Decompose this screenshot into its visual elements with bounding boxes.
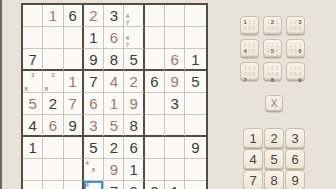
cell-r9c7[interactable]: 2 bbox=[145, 181, 165, 189]
cell-r3c8[interactable]: 6 bbox=[165, 49, 185, 71]
cell-r1c7[interactable] bbox=[145, 5, 165, 27]
cell-r5c4[interactable]: 6 bbox=[84, 93, 104, 115]
cell-r1c8[interactable] bbox=[165, 5, 185, 27]
number-key-5[interactable]: 5 bbox=[264, 149, 284, 169]
pencil-mark-7: 7 bbox=[124, 41, 130, 48]
cell-r1c4[interactable]: 2 bbox=[84, 5, 104, 27]
cell-r2c3[interactable] bbox=[64, 27, 84, 49]
cell-r8c4[interactable]: 48 bbox=[84, 159, 104, 181]
pencil-key-1[interactable]: 123456789 bbox=[240, 16, 259, 34]
cell-r1c6[interactable]: 47 bbox=[124, 5, 144, 27]
number-key-1[interactable]: 1 bbox=[243, 128, 263, 148]
cell-r7c3[interactable] bbox=[64, 137, 84, 159]
cell-r6c3[interactable]: 9 bbox=[64, 115, 84, 137]
cell-r7c8[interactable] bbox=[165, 137, 185, 159]
pencil-pad: 1234567891234567891234567891234567891234… bbox=[240, 16, 305, 80]
cell-r4c9[interactable]: 5 bbox=[185, 71, 205, 93]
pencil-mark-7: 7 bbox=[124, 19, 130, 26]
pencil-key-ghost-digit: 9 bbox=[275, 54, 279, 60]
cell-r9c2[interactable] bbox=[43, 181, 63, 189]
cell-r3c3[interactable] bbox=[64, 49, 84, 71]
cell-r7c7[interactable] bbox=[145, 137, 165, 159]
cell-r7c1[interactable]: 1 bbox=[23, 137, 43, 159]
cell-r8c3[interactable] bbox=[64, 159, 84, 181]
cell-r7c9[interactable]: 9 bbox=[185, 137, 205, 159]
cell-r8c6[interactable]: 1 bbox=[124, 159, 144, 181]
cell-r2c5[interactable]: 6 bbox=[104, 27, 124, 49]
cell-r2c4[interactable]: 1 bbox=[84, 27, 104, 49]
cell-r1c5[interactable]: 3 bbox=[104, 5, 124, 27]
pencil-mark-8: 8 bbox=[90, 166, 96, 173]
pencil-key-5[interactable]: 123456789 bbox=[263, 39, 282, 57]
cell-r5c5[interactable]: 1 bbox=[104, 93, 124, 115]
cell-r9c1[interactable] bbox=[23, 181, 43, 189]
cell-r4c4[interactable]: 7 bbox=[84, 71, 104, 93]
pencil-key-7[interactable]: 123456789 bbox=[240, 62, 259, 80]
cell-r4c1[interactable]: 38 bbox=[23, 71, 43, 93]
cell-r3c9[interactable]: 1 bbox=[185, 49, 205, 71]
pencil-mark-4: 4 bbox=[84, 159, 90, 166]
pencil-mark-4: 4 bbox=[124, 12, 130, 19]
pencil-key-digit: 9 bbox=[298, 77, 302, 83]
cell-r3c4[interactable]: 9 bbox=[84, 49, 104, 71]
cell-r5c2[interactable]: 2 bbox=[43, 93, 63, 115]
cell-r9c8[interactable]: 1 bbox=[165, 181, 185, 189]
number-key-7[interactable]: 7 bbox=[243, 170, 263, 189]
cell-r3c5[interactable]: 8 bbox=[104, 49, 124, 71]
cell-r1c1[interactable] bbox=[23, 5, 43, 27]
number-key-2[interactable]: 2 bbox=[264, 128, 284, 148]
number-key-8[interactable]: 8 bbox=[264, 170, 284, 189]
cell-r6c8[interactable] bbox=[165, 115, 185, 137]
number-key-6[interactable]: 6 bbox=[285, 149, 305, 169]
cell-r3c1[interactable]: 7 bbox=[23, 49, 43, 71]
cell-r3c7[interactable] bbox=[145, 49, 165, 71]
pencil-mark-4: 4 bbox=[84, 181, 90, 188]
cell-r5c1[interactable]: 5 bbox=[23, 93, 43, 115]
cell-r3c6[interactable]: 5 bbox=[124, 49, 144, 71]
cell-r9c3[interactable] bbox=[64, 181, 84, 189]
cell-r7c6[interactable]: 6 bbox=[124, 137, 144, 159]
pencil-key-ghost-digit: 9 bbox=[252, 54, 256, 60]
cell-r2c2[interactable] bbox=[43, 27, 63, 49]
cell-r1c2[interactable]: 1 bbox=[43, 5, 63, 27]
cell-r4c6[interactable]: 2 bbox=[124, 71, 144, 93]
pencil-key-ghost-digit: 9 bbox=[275, 31, 279, 37]
cell-r1c9[interactable] bbox=[185, 5, 205, 27]
cell-r2c7[interactable] bbox=[145, 27, 165, 49]
cell-r8c7[interactable] bbox=[145, 159, 165, 181]
cell-r4c5[interactable]: 4 bbox=[104, 71, 124, 93]
pencil-mark-8: 8 bbox=[23, 85, 29, 92]
cell-r6c4[interactable]: 3 bbox=[84, 115, 104, 137]
cell-r2c9[interactable] bbox=[185, 27, 205, 49]
number-key-4[interactable]: 4 bbox=[243, 149, 263, 169]
cell-r5c9[interactable] bbox=[185, 93, 205, 115]
pencil-key-2[interactable]: 123456789 bbox=[263, 16, 282, 34]
cell-r4c7[interactable]: 6 bbox=[145, 71, 165, 93]
pencil-key-ghost-digit: 9 bbox=[298, 54, 302, 60]
pencil-mark-8: 8 bbox=[43, 85, 49, 92]
cell-r4c2[interactable]: 38 bbox=[43, 71, 63, 93]
pencil-key-ghost-digit: 9 bbox=[298, 31, 302, 37]
pencil-key-6[interactable]: 123456789 bbox=[286, 39, 305, 57]
cell-r2c6[interactable]: 47 bbox=[124, 27, 144, 49]
cell-r8c5[interactable]: 9 bbox=[104, 159, 124, 181]
cell-r6c7[interactable] bbox=[145, 115, 165, 137]
pencil-key-4[interactable]: 123456789 bbox=[240, 39, 259, 57]
pencil-key-ghost-digit: 9 bbox=[252, 31, 256, 37]
pencil-mark-3: 3 bbox=[29, 71, 35, 78]
cell-r2c1[interactable] bbox=[23, 27, 43, 49]
sudoku-board: 1623471647798561383817426955276193469358… bbox=[21, 3, 208, 189]
cell-r4c8[interactable]: 9 bbox=[165, 71, 185, 93]
cell-r4c3[interactable]: 1 bbox=[64, 71, 84, 93]
pencil-key-ghost-digit: 9 bbox=[252, 77, 256, 83]
cell-r9c5[interactable]: 7 bbox=[104, 181, 124, 189]
cell-r6c1[interactable]: 4 bbox=[23, 115, 43, 137]
cell-r7c4[interactable]: 5 bbox=[84, 137, 104, 159]
cell-r5c6[interactable]: 9 bbox=[124, 93, 144, 115]
left-window-edge bbox=[0, 0, 2, 189]
cell-r5c3[interactable]: 7 bbox=[64, 93, 84, 115]
pencil-mark-4: 4 bbox=[124, 34, 130, 41]
cell-r9c6[interactable]: 3 bbox=[124, 181, 144, 189]
cell-r5c7[interactable] bbox=[145, 93, 165, 115]
cell-r6c2[interactable]: 6 bbox=[43, 115, 63, 137]
number-key-9[interactable]: 9 bbox=[285, 170, 305, 189]
pencil-key-ghost-digit: 9 bbox=[275, 77, 279, 83]
cell-r6c9[interactable] bbox=[185, 115, 205, 137]
clear-key[interactable]: X bbox=[265, 95, 283, 111]
cell-r9c4[interactable]: 48 bbox=[84, 181, 104, 189]
cell-r9c9[interactable] bbox=[185, 181, 205, 189]
cell-r8c9[interactable] bbox=[185, 159, 205, 181]
cell-r1c3[interactable]: 6 bbox=[64, 5, 84, 27]
cell-r3c2[interactable] bbox=[43, 49, 63, 71]
pencil-key-3[interactable]: 123456789 bbox=[286, 16, 305, 34]
cell-r6c5[interactable]: 5 bbox=[104, 115, 124, 137]
cell-r6c6[interactable]: 8 bbox=[124, 115, 144, 137]
cell-r2c8[interactable] bbox=[165, 27, 185, 49]
cell-r8c1[interactable] bbox=[23, 159, 43, 181]
pencil-mark-3: 3 bbox=[50, 71, 56, 78]
number-key-3[interactable]: 3 bbox=[285, 128, 305, 148]
pencil-key-8[interactable]: 123456789 bbox=[263, 62, 282, 80]
cell-r8c8[interactable] bbox=[165, 159, 185, 181]
pencil-key-9[interactable]: 123456789 bbox=[286, 62, 305, 80]
cell-r7c5[interactable]: 2 bbox=[104, 137, 124, 159]
cell-r7c2[interactable] bbox=[43, 137, 63, 159]
sudoku-app: 1623471647798561383817426955276193469358… bbox=[0, 0, 336, 189]
cell-r8c2[interactable] bbox=[43, 159, 63, 181]
cell-r5c8[interactable]: 3 bbox=[165, 93, 185, 115]
pencil-mark-8: 8 bbox=[90, 188, 96, 189]
number-pad: 123456789 bbox=[243, 128, 305, 189]
